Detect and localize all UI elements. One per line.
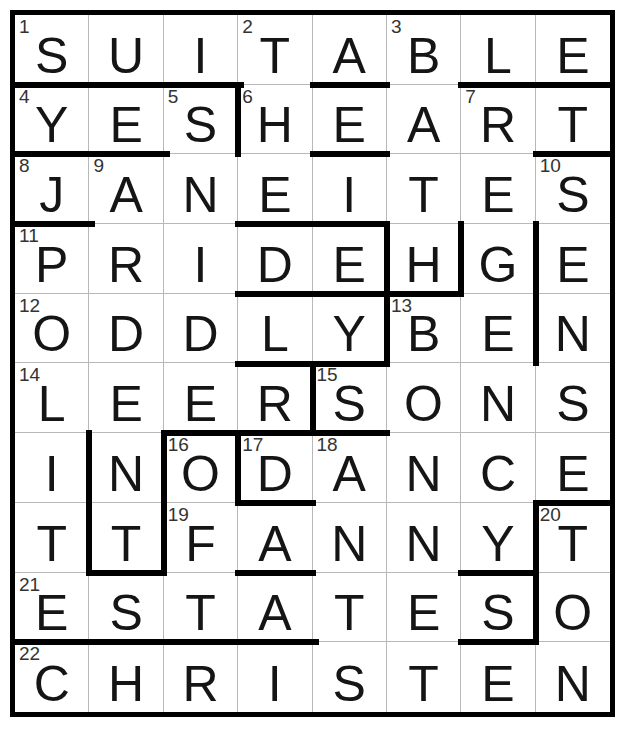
grid-cell-r9c2[interactable]: S [89,573,163,643]
cell-letter: Y [35,100,68,150]
clue-number-13: 13 [391,296,412,315]
grid-cell-r7c8[interactable]: E [536,433,610,503]
clue-number-22: 22 [19,644,40,663]
cell-letter: A [258,519,291,569]
grid-cell-r6c8[interactable]: S [536,363,610,433]
grid-cell-r4c8[interactable]: E [536,224,610,294]
cell-letter: T [334,588,365,638]
grid-cell-r1c4[interactable]: 2T [238,15,312,85]
cell-letter: C [34,659,70,709]
cell-letter: E [109,379,142,429]
bar-h-below-r9c1 [15,639,319,645]
cell-letter: H [108,659,144,709]
grid-cell-r6c1[interactable]: 14L [15,363,89,433]
cell-letter: N [555,659,591,709]
grid-cell-r6c7[interactable]: N [461,363,535,433]
grid-cell-r1c2[interactable]: U [89,15,163,85]
grid-cell-r2c6[interactable]: A [387,85,461,155]
grid-cell-r3c7[interactable]: E [461,154,535,224]
cell-letter: E [407,588,440,638]
cell-letter: I [268,659,282,709]
grid-cell-r10c5[interactable]: S [313,642,387,712]
grid-cell-r9c4[interactable]: A [238,573,312,643]
crossword-puzzle: 1SUI2TA3BLE4YE5S6HEA7RT8J9ANEITE10S11PRI… [10,10,615,717]
grid-cell-r9c7[interactable]: S [461,573,535,643]
bar-h-below-r3c1 [15,221,95,227]
grid-cell-r9c1[interactable]: 21E [15,573,89,643]
grid-cell-r5c3[interactable]: D [164,294,238,364]
cell-letter: B [407,31,440,81]
grid-cell-r3c4[interactable]: E [238,154,312,224]
cell-letter: T [408,659,439,709]
cell-letter: A [407,100,440,150]
clue-number-9: 9 [93,156,104,175]
bar-h-below-r2c8 [533,151,610,157]
grid-cell-r8c6[interactable]: N [387,503,461,573]
cell-letter: N [480,379,516,429]
grid-cell-r2c3[interactable]: 5S [164,85,238,155]
grid-cell-r10c2[interactable]: H [89,642,163,712]
grid-cell-r4c3[interactable]: I [164,224,238,294]
grid-cell-r9c5[interactable]: T [313,573,387,643]
bar-h-below-r6c3 [161,430,390,436]
grid-cell-r6c5[interactable]: 15S [313,363,387,433]
cell-letter: A [109,170,142,220]
grid-cell-r4c4[interactable]: D [238,224,312,294]
crossword-grid: 1SUI2TA3BLE4YE5S6HEA7RT8J9ANEITE10S11PRI… [15,15,610,712]
clue-number-6: 6 [242,87,253,106]
grid-cell-r9c3[interactable]: T [164,573,238,643]
cell-letter: N [406,519,442,569]
grid-cell-r2c7[interactable]: 7R [461,85,535,155]
cell-letter: Y [481,519,514,569]
clue-number-4: 4 [19,87,30,106]
grid-cell-r2c5[interactable]: E [313,85,387,155]
grid-cell-r6c2[interactable]: E [89,363,163,433]
grid-cell-r7c1[interactable]: I [15,433,89,503]
cell-letter: G [478,240,517,290]
cell-letter: E [481,659,514,709]
grid-cell-r8c1[interactable]: T [15,503,89,573]
cell-letter: E [109,100,142,150]
cell-letter: I [342,170,356,220]
cell-letter: N [331,519,367,569]
cell-letter: T [185,588,216,638]
grid-cell-r10c3[interactable]: R [164,642,238,712]
cell-letter: E [556,31,589,81]
cell-letter: D [108,309,144,359]
cell-letter: A [333,31,366,81]
cell-letter: L [38,379,66,429]
grid-cell-r10c7[interactable]: E [461,642,535,712]
grid-cell-r5c6[interactable]: 13B [387,294,461,364]
grid-cell-r3c8[interactable]: 10S [536,154,610,224]
cell-letter: E [556,240,589,290]
grid-cell-r4c7[interactable]: G [461,224,535,294]
bar-h-below-r7c8 [533,500,610,506]
grid-cell-r1c7[interactable]: L [461,15,535,85]
cell-letter: N [406,449,442,499]
clue-number-21: 21 [19,575,40,594]
bar-h-below-r2c5 [310,151,390,157]
grid-cell-r3c1[interactable]: 8J [15,154,89,224]
grid-cell-r7c7[interactable]: C [461,433,535,503]
cell-letter: L [484,31,512,81]
grid-cell-r10c6[interactable]: T [387,642,461,712]
cell-letter: E [258,170,291,220]
bar-h-below-r8c4 [235,570,315,576]
clue-number-12: 12 [19,296,40,315]
cell-letter: T [408,170,439,220]
bar-h-below-r1c1 [15,82,244,88]
grid-cell-r5c7[interactable]: E [461,294,535,364]
grid-cell-r2c1[interactable]: 4Y [15,85,89,155]
clue-number-8: 8 [19,156,30,175]
bar-h-below-r4c4 [235,291,464,297]
grid-cell-r3c5[interactable]: I [313,154,387,224]
cell-letter: S [35,31,68,81]
bar-h-below-r3c4 [235,221,390,227]
clue-number-17: 17 [242,435,263,454]
grid-cell-r5c1[interactable]: 12O [15,294,89,364]
grid-cell-r10c8[interactable]: N [536,642,610,712]
bar-h-below-r8c7 [458,570,538,576]
cell-letter: B [407,309,440,359]
bar-v-right-of-c3r2 [235,82,241,158]
cell-letter: S [556,170,589,220]
cell-letter: E [333,100,366,150]
grid-cell-r8c4[interactable]: A [238,503,312,573]
bar-v-right-of-c6r4 [458,221,464,297]
grid-cell-r1c3[interactable]: I [164,15,238,85]
clue-number-15: 15 [317,365,338,384]
grid-cell-r8c7[interactable]: Y [461,503,535,573]
grid-cell-r3c6[interactable]: T [387,154,461,224]
cell-letter: J [39,170,64,220]
grid-cell-r5c4[interactable]: L [238,294,312,364]
cell-letter: E [333,240,366,290]
grid-cell-r1c6[interactable]: 3B [387,15,461,85]
cell-letter: F [185,519,216,569]
cell-letter: E [481,309,514,359]
cell-letter: E [481,170,514,220]
grid-cell-r2c8[interactable]: T [536,85,610,155]
cell-letter: E [556,449,589,499]
grid-cell-r4c5[interactable]: E [313,224,387,294]
bar-h-below-r1c7 [458,82,610,88]
cell-letter: L [261,309,289,359]
cell-letter: T [558,519,589,569]
bar-h-below-r2c1 [15,151,170,157]
cell-letter: O [404,379,443,429]
cell-letter: T [36,519,67,569]
grid-cell-r1c8[interactable]: E [536,15,610,85]
cell-letter: T [260,31,291,81]
cell-letter: I [193,31,207,81]
bar-v-right-of-c1r7 [86,430,92,575]
grid-cell-r7c3[interactable]: 16O [164,433,238,503]
bar-h-below-r1c5 [310,82,390,88]
clue-number-7: 7 [465,87,476,106]
bar-v-right-of-c3r7 [235,430,241,506]
grid-cell-r5c5[interactable]: Y [313,294,387,364]
cell-letter: D [182,309,218,359]
cell-letter: R [182,659,218,709]
bar-v-right-of-c4r6 [310,361,316,437]
clue-number-16: 16 [168,435,189,454]
grid-cell-r4c1[interactable]: 11P [15,224,89,294]
grid-cell-r3c3[interactable]: N [164,154,238,224]
bar-v-right-of-c5r4 [384,221,390,366]
cell-letter: H [257,100,293,150]
cell-letter: E [35,588,68,638]
bar-h-below-r7c4 [235,500,315,506]
grid-cell-r8c2[interactable]: T [89,503,163,573]
cell-letter: R [108,240,144,290]
grid-cell-r5c8[interactable]: N [536,294,610,364]
cell-letter: C [480,449,516,499]
bar-h-below-r9c7 [458,639,538,645]
grid-cell-r4c2[interactable]: R [89,224,163,294]
grid-cell-r2c4[interactable]: 6H [238,85,312,155]
clue-number-1: 1 [19,17,30,36]
grid-cell-r5c2[interactable]: D [89,294,163,364]
bar-v-right-of-c7r4 [533,221,539,366]
bar-v-right-of-c7r8 [533,500,539,645]
clue-number-18: 18 [317,435,338,454]
grid-cell-r6c6[interactable]: O [387,363,461,433]
cell-letter: N [108,449,144,499]
clue-number-10: 10 [540,156,561,175]
grid-cell-r9c8[interactable]: O [536,573,610,643]
cell-letter: A [258,588,291,638]
cell-letter: N [182,170,218,220]
cell-letter: P [35,240,68,290]
cell-letter: O [181,449,220,499]
cell-letter: T [558,100,589,150]
clue-number-3: 3 [391,17,402,36]
cell-letter: T [111,519,142,569]
cell-letter: O [553,588,592,638]
cell-letter: I [45,449,59,499]
grid-cell-r6c3[interactable]: E [164,363,238,433]
clue-number-14: 14 [19,365,40,384]
grid-cell-r8c8[interactable]: 20T [536,503,610,573]
grid-cell-r8c3[interactable]: 19F [164,503,238,573]
cell-letter: S [556,379,589,429]
grid-cell-r3c2[interactable]: 9A [89,154,163,224]
clue-number-11: 11 [19,226,39,245]
cell-letter: S [184,100,217,150]
cell-letter: R [257,379,293,429]
bar-v-right-of-c2r7 [161,430,167,575]
grid-cell-r1c5[interactable]: A [313,15,387,85]
clue-number-19: 19 [168,505,189,524]
cell-letter: D [257,449,293,499]
grid-cell-r8c5[interactable]: N [313,503,387,573]
cell-letter: S [333,659,366,709]
cell-letter: D [257,240,293,290]
cell-letter: H [406,240,442,290]
grid-cell-r7c4[interactable]: 17D [238,433,312,503]
grid-cell-r2c2[interactable]: E [89,85,163,155]
cell-letter: S [333,379,366,429]
cell-letter: R [480,100,516,150]
cell-letter: N [555,309,591,359]
grid-cell-r9c6[interactable]: E [387,573,461,643]
clue-number-5: 5 [168,87,179,106]
grid-cell-r10c4[interactable]: I [238,642,312,712]
clue-number-20: 20 [540,505,561,524]
grid-cell-r1c1[interactable]: 1S [15,15,89,85]
cell-letter: O [32,309,71,359]
cell-letter: Y [333,309,366,359]
cell-letter: E [184,379,217,429]
cell-letter: U [108,31,144,81]
grid-cell-r7c2[interactable]: N [89,433,163,503]
cell-letter: S [109,588,142,638]
grid-cell-r7c6[interactable]: N [387,433,461,503]
clue-number-2: 2 [242,17,253,36]
grid-cell-r7c5[interactable]: 18A [313,433,387,503]
cell-letter: I [193,240,207,290]
grid-cell-r4c6[interactable]: H [387,224,461,294]
cell-letter: A [333,449,366,499]
cell-letter: S [481,588,514,638]
grid-cell-r6c4[interactable]: R [238,363,312,433]
bar-h-below-r8c2 [86,570,166,576]
grid-cell-r10c1[interactable]: 22C [15,642,89,712]
